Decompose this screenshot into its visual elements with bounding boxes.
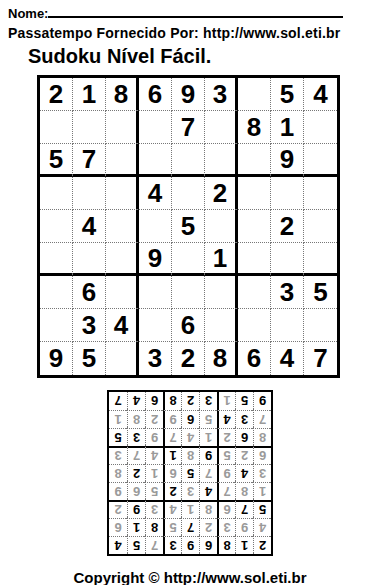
puzzle-cell-r1c7[interactable] bbox=[238, 78, 271, 111]
puzzle-cell-r6c3[interactable] bbox=[106, 243, 139, 276]
solution-cell-r4c7: 5 bbox=[145, 482, 163, 500]
puzzle-cell-r6c8[interactable] bbox=[271, 243, 304, 276]
puzzle-cell-r4c9[interactable] bbox=[304, 177, 337, 210]
solution-cell-r7c6: 7 bbox=[163, 428, 181, 446]
solution-cell-r1c5: 9 bbox=[181, 536, 199, 554]
puzzle-cell-r3c1: 5 bbox=[40, 144, 73, 177]
solution-cell-r8c1: 7 bbox=[253, 410, 271, 428]
solution-cell-r3c4: 8 bbox=[199, 500, 217, 518]
puzzle-cell-r7c6[interactable] bbox=[205, 276, 238, 309]
solution-cell-r3c5: 1 bbox=[181, 500, 199, 518]
solution-cell-r2c6: 5 bbox=[163, 518, 181, 536]
puzzle-cell-r6c7[interactable] bbox=[238, 243, 271, 276]
puzzle-cell-r9c2: 5 bbox=[73, 342, 106, 375]
solution-cell-r8c3: 4 bbox=[217, 410, 235, 428]
puzzle-cell-r3c5[interactable] bbox=[172, 144, 205, 177]
solution-cell-r4c3: 7 bbox=[217, 482, 235, 500]
puzzle-cell-r3c7[interactable] bbox=[238, 144, 271, 177]
solution-cell-r3c2: 7 bbox=[235, 500, 253, 518]
puzzle-cell-r1c1: 2 bbox=[40, 78, 73, 111]
solution-cell-r7c8: 3 bbox=[127, 428, 145, 446]
solution-cell-r4c2: 8 bbox=[235, 482, 253, 500]
solution-cell-r2c3: 3 bbox=[217, 518, 235, 536]
solution-cell-r9c7: 6 bbox=[145, 392, 163, 410]
puzzle-cell-r9c8: 4 bbox=[271, 342, 304, 375]
puzzle-cell-r8c7[interactable] bbox=[238, 309, 271, 342]
puzzle-cell-r8c3: 4 bbox=[106, 309, 139, 342]
solution-cell-r7c7: 9 bbox=[145, 428, 163, 446]
puzzle-cell-r2c9[interactable] bbox=[304, 111, 337, 144]
puzzle-cell-r7c4[interactable] bbox=[139, 276, 172, 309]
solution-cell-r5c9: 8 bbox=[109, 464, 127, 482]
name-fill-in-line[interactable] bbox=[48, 4, 343, 18]
solution-cell-r9c8: 4 bbox=[127, 392, 145, 410]
puzzle-cell-r8c6[interactable] bbox=[205, 309, 238, 342]
solution-cell-r7c2: 6 bbox=[235, 428, 253, 446]
puzzle-cell-r9c4: 3 bbox=[139, 342, 172, 375]
puzzle-cell-r5c6[interactable] bbox=[205, 210, 238, 243]
puzzle-cell-r5c8: 2 bbox=[271, 210, 304, 243]
puzzle-cell-r4c8[interactable] bbox=[271, 177, 304, 210]
solution-cell-r3c9: 2 bbox=[109, 500, 127, 518]
solution-cell-r8c5: 6 bbox=[181, 410, 199, 428]
solution-cell-r5c8: 2 bbox=[127, 464, 145, 482]
puzzle-cell-r8c9[interactable] bbox=[304, 309, 337, 342]
solution-cell-r6c3: 5 bbox=[217, 446, 235, 464]
puzzle-cell-r9c5: 2 bbox=[172, 342, 205, 375]
puzzle-cell-r3c6[interactable] bbox=[205, 144, 238, 177]
solution-cell-r5c4: 7 bbox=[199, 464, 217, 482]
puzzle-cell-r2c4[interactable] bbox=[139, 111, 172, 144]
solution-cell-r2c5: 7 bbox=[181, 518, 199, 536]
puzzle-cell-r2c5: 7 bbox=[172, 111, 205, 144]
solution-cell-r1c8: 5 bbox=[127, 536, 145, 554]
puzzle-cell-r5c3[interactable] bbox=[106, 210, 139, 243]
solution-cell-r6c2: 2 bbox=[235, 446, 253, 464]
puzzle-cell-r7c5[interactable] bbox=[172, 276, 205, 309]
solution-cell-r1c6: 3 bbox=[163, 536, 181, 554]
page-title: Sudoku Nível Fácil. bbox=[28, 45, 372, 68]
puzzle-cell-r2c3[interactable] bbox=[106, 111, 139, 144]
solution-cell-r4c1: 1 bbox=[253, 482, 271, 500]
puzzle-cell-r6c9[interactable] bbox=[304, 243, 337, 276]
solution-cell-r9c5: 2 bbox=[181, 392, 199, 410]
solution-cell-r3c8: 9 bbox=[127, 500, 145, 518]
solution-cell-r1c7: 7 bbox=[145, 536, 163, 554]
solution-cell-r7c3: 2 bbox=[217, 428, 235, 446]
solution-cell-r2c7: 8 bbox=[145, 518, 163, 536]
solution-cell-r8c2: 3 bbox=[235, 410, 253, 428]
puzzle-cell-r5c1[interactable] bbox=[40, 210, 73, 243]
solution-cell-r4c5: 3 bbox=[181, 482, 199, 500]
puzzle-cell-r9c6: 8 bbox=[205, 342, 238, 375]
solution-cell-r5c1: 3 bbox=[253, 464, 271, 482]
name-row: Nome: bbox=[8, 4, 372, 21]
solution-cell-r9c2: 5 bbox=[235, 392, 253, 410]
puzzle-cell-r3c4[interactable] bbox=[139, 144, 172, 177]
puzzle-cell-r7c3[interactable] bbox=[106, 276, 139, 309]
solution-cell-r5c3: 9 bbox=[217, 464, 235, 482]
puzzle-cell-r2c8: 1 bbox=[271, 111, 304, 144]
puzzle-cell-r7c1[interactable] bbox=[40, 276, 73, 309]
puzzle-cell-r8c2: 3 bbox=[73, 309, 106, 342]
sudoku-puzzle-grid: 21869354781579424529163534695328647 bbox=[37, 75, 340, 378]
puzzle-cell-r7c8: 3 bbox=[271, 276, 304, 309]
puzzle-cell-r6c5[interactable] bbox=[172, 243, 205, 276]
solution-cell-r4c4: 4 bbox=[199, 482, 217, 500]
puzzle-cell-r8c4[interactable] bbox=[139, 309, 172, 342]
sudoku-solution-grid-upside-down: 2186937544932758165768143921874325693497… bbox=[107, 390, 273, 556]
puzzle-cell-r8c8[interactable] bbox=[271, 309, 304, 342]
puzzle-cell-r1c8: 5 bbox=[271, 78, 304, 111]
solution-cell-r2c9: 6 bbox=[109, 518, 127, 536]
puzzle-cell-r1c2: 1 bbox=[73, 78, 106, 111]
puzzle-cell-r2c1[interactable] bbox=[40, 111, 73, 144]
solution-cell-r7c4: 1 bbox=[199, 428, 217, 446]
puzzle-cell-r5c4[interactable] bbox=[139, 210, 172, 243]
puzzle-cell-r1c5: 9 bbox=[172, 78, 205, 111]
puzzle-cell-r1c4: 6 bbox=[139, 78, 172, 111]
puzzle-cell-r2c2[interactable] bbox=[73, 111, 106, 144]
solution-cell-r9c1: 9 bbox=[253, 392, 271, 410]
solution-cell-r8c8: 8 bbox=[127, 410, 145, 428]
puzzle-cell-r4c5[interactable] bbox=[172, 177, 205, 210]
solution-cell-r2c2: 9 bbox=[235, 518, 253, 536]
solution-cell-r5c2: 4 bbox=[235, 464, 253, 482]
solution-cell-r6c6: 1 bbox=[163, 446, 181, 464]
solution-cell-r1c3: 8 bbox=[217, 536, 235, 554]
puzzle-cell-r3c3[interactable] bbox=[106, 144, 139, 177]
puzzle-cell-r9c9: 7 bbox=[304, 342, 337, 375]
puzzle-cell-r8c5: 6 bbox=[172, 309, 205, 342]
puzzle-cell-r9c1: 9 bbox=[40, 342, 73, 375]
puzzle-cell-r7c2: 6 bbox=[73, 276, 106, 309]
solution-cell-r9c4: 3 bbox=[199, 392, 217, 410]
puzzle-cell-r2c7: 8 bbox=[238, 111, 271, 144]
puzzle-cell-r5c9[interactable] bbox=[304, 210, 337, 243]
solution-cell-r8c4: 5 bbox=[199, 410, 217, 428]
solution-cell-r6c7: 4 bbox=[145, 446, 163, 464]
solution-cell-r6c9: 3 bbox=[109, 446, 127, 464]
page-header: Nome: Passatempo Fornecido Por: http://w… bbox=[0, 0, 380, 68]
puzzle-cell-r4c3[interactable] bbox=[106, 177, 139, 210]
puzzle-cell-r4c2[interactable] bbox=[73, 177, 106, 210]
solution-cell-r5c7: 1 bbox=[145, 464, 163, 482]
name-label: Nome: bbox=[8, 6, 48, 21]
puzzle-cell-r4c7[interactable] bbox=[238, 177, 271, 210]
puzzle-cell-r3c9[interactable] bbox=[304, 144, 337, 177]
solution-cell-r6c1: 6 bbox=[253, 446, 271, 464]
puzzle-cell-r4c6: 2 bbox=[205, 177, 238, 210]
solution-cell-r2c4: 2 bbox=[199, 518, 217, 536]
puzzle-cell-r1c6: 3 bbox=[205, 78, 238, 111]
provider-line: Passatempo Fornecido Por: http://www.sol… bbox=[8, 25, 372, 41]
puzzle-cell-r6c6: 1 bbox=[205, 243, 238, 276]
solution-cell-r5c6: 6 bbox=[163, 464, 181, 482]
solution-cell-r8c7: 2 bbox=[145, 410, 163, 428]
solution-cell-r4c8: 6 bbox=[127, 482, 145, 500]
puzzle-cell-r3c8: 9 bbox=[271, 144, 304, 177]
solution-cell-r1c2: 1 bbox=[235, 536, 253, 554]
solution-cell-r5c5: 5 bbox=[181, 464, 199, 482]
puzzle-cell-r4c1[interactable] bbox=[40, 177, 73, 210]
puzzle-cell-r3c2: 7 bbox=[73, 144, 106, 177]
puzzle-cell-r8c1[interactable] bbox=[40, 309, 73, 342]
solution-cell-r2c1: 4 bbox=[253, 518, 271, 536]
solution-cell-r3c3: 6 bbox=[217, 500, 235, 518]
copyright-text: Copyright © http://www.sol.eti.br bbox=[0, 569, 380, 585]
solution-cell-r8c9: 1 bbox=[109, 410, 127, 428]
solution-cell-r7c1: 8 bbox=[253, 428, 271, 446]
solution-cell-r8c6: 9 bbox=[163, 410, 181, 428]
solution-cell-r4c6: 2 bbox=[163, 482, 181, 500]
solution-cell-r9c9: 7 bbox=[109, 392, 127, 410]
puzzle-cell-r7c9: 5 bbox=[304, 276, 337, 309]
worksheet-page: Nome: Passatempo Fornecido Por: http://w… bbox=[0, 0, 380, 585]
solution-cell-r3c7: 3 bbox=[145, 500, 163, 518]
puzzle-cell-r9c7: 6 bbox=[238, 342, 271, 375]
solution-cell-r3c1: 5 bbox=[253, 500, 271, 518]
solution-cell-r1c1: 2 bbox=[253, 536, 271, 554]
solution-cell-r3c6: 4 bbox=[163, 500, 181, 518]
puzzle-cell-r6c4: 9 bbox=[139, 243, 172, 276]
puzzle-cell-r2c6[interactable] bbox=[205, 111, 238, 144]
solution-cell-r2c8: 1 bbox=[127, 518, 145, 536]
puzzle-cell-r6c1[interactable] bbox=[40, 243, 73, 276]
solution-cell-r6c4: 9 bbox=[199, 446, 217, 464]
puzzle-cell-r6c2[interactable] bbox=[73, 243, 106, 276]
puzzle-cell-r1c9: 4 bbox=[304, 78, 337, 111]
puzzle-cell-r5c5: 5 bbox=[172, 210, 205, 243]
solution-cell-r4c9: 9 bbox=[109, 482, 127, 500]
solution-cell-r7c5: 4 bbox=[181, 428, 199, 446]
solution-cell-r6c5: 8 bbox=[181, 446, 199, 464]
puzzle-cell-r5c2: 4 bbox=[73, 210, 106, 243]
solution-cell-r7c9: 5 bbox=[109, 428, 127, 446]
solution-cell-r1c9: 4 bbox=[109, 536, 127, 554]
puzzle-cell-r9c3[interactable] bbox=[106, 342, 139, 375]
solution-cell-r9c6: 8 bbox=[163, 392, 181, 410]
puzzle-cell-r4c4: 4 bbox=[139, 177, 172, 210]
solution-cell-r1c4: 6 bbox=[199, 536, 217, 554]
solution-cell-r9c3: 1 bbox=[217, 392, 235, 410]
puzzle-cell-r7c7[interactable] bbox=[238, 276, 271, 309]
puzzle-cell-r5c7[interactable] bbox=[238, 210, 271, 243]
puzzle-cell-r1c3: 8 bbox=[106, 78, 139, 111]
solution-cell-r6c8: 7 bbox=[127, 446, 145, 464]
